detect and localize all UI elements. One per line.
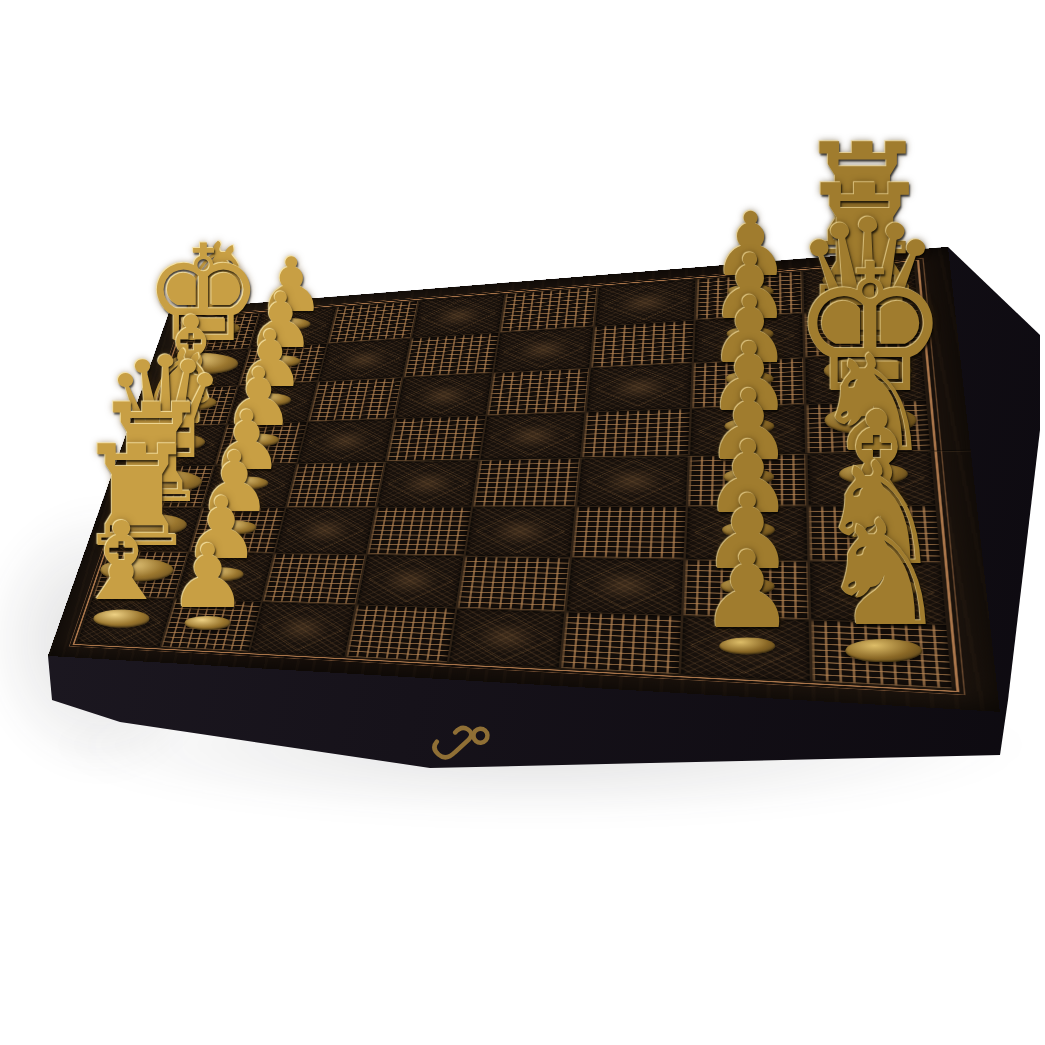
square-d8[interactable] bbox=[412, 294, 505, 337]
square-e4[interactable] bbox=[473, 458, 579, 506]
chess-set-photo: ♞♟♟♜♚♟♟♜♝♟♟♛♞♟♟♚♛♟♟♞♜♟♟♝♜♟♟♞♝♟♟♞ Angled … bbox=[0, 0, 1045, 1045]
square-c5[interactable] bbox=[298, 419, 393, 463]
piece-base-disc bbox=[185, 616, 231, 630]
square-d4[interactable] bbox=[377, 460, 479, 506]
square-c6[interactable] bbox=[309, 378, 402, 421]
square-f4[interactable] bbox=[577, 456, 688, 506]
piece-black-knight-h1[interactable]: ♞ bbox=[818, 501, 950, 662]
square-c7[interactable] bbox=[319, 338, 410, 381]
square-c8[interactable] bbox=[328, 301, 417, 343]
square-c3[interactable] bbox=[275, 507, 375, 554]
square-c1[interactable] bbox=[250, 602, 355, 657]
scene-caption: Angled photo of a brass figurine chess s… bbox=[0, 0, 1, 1]
square-f6[interactable] bbox=[586, 363, 692, 411]
square-e2[interactable] bbox=[458, 556, 570, 610]
square-e5[interactable] bbox=[480, 412, 584, 459]
square-d7[interactable] bbox=[404, 333, 499, 377]
piece-glyph: ♞ bbox=[818, 501, 950, 648]
square-f5[interactable] bbox=[582, 409, 690, 458]
square-e8[interactable] bbox=[500, 287, 597, 332]
square-d3[interactable] bbox=[367, 507, 471, 555]
square-c4[interactable] bbox=[287, 462, 384, 507]
square-d5[interactable] bbox=[386, 416, 485, 461]
square-f3[interactable] bbox=[572, 507, 686, 559]
square-e7[interactable] bbox=[494, 327, 593, 373]
piece-white-bishop-a1[interactable]: ♝ bbox=[73, 508, 170, 627]
piece-glyph: ♟ bbox=[700, 537, 796, 644]
square-c2[interactable] bbox=[263, 554, 365, 604]
piece-glyph: ♟ bbox=[168, 533, 247, 621]
piece-glyph: ♝ bbox=[73, 508, 170, 616]
square-d1[interactable] bbox=[346, 605, 455, 662]
square-e3[interactable] bbox=[466, 507, 575, 557]
square-f1[interactable] bbox=[560, 612, 681, 674]
square-f8[interactable] bbox=[595, 279, 696, 325]
piece-white-pawn-b1[interactable]: ♟ bbox=[168, 533, 247, 630]
piece-black-pawn-g1[interactable]: ♟ bbox=[700, 537, 796, 654]
hook-clasp-icon bbox=[422, 717, 501, 770]
square-f7[interactable] bbox=[591, 320, 694, 367]
square-d2[interactable] bbox=[357, 555, 464, 607]
piece-base-disc bbox=[94, 610, 150, 627]
square-d6[interactable] bbox=[395, 373, 492, 418]
square-f2[interactable] bbox=[566, 558, 683, 615]
square-e1[interactable] bbox=[449, 608, 564, 667]
square-e6[interactable] bbox=[487, 369, 588, 415]
